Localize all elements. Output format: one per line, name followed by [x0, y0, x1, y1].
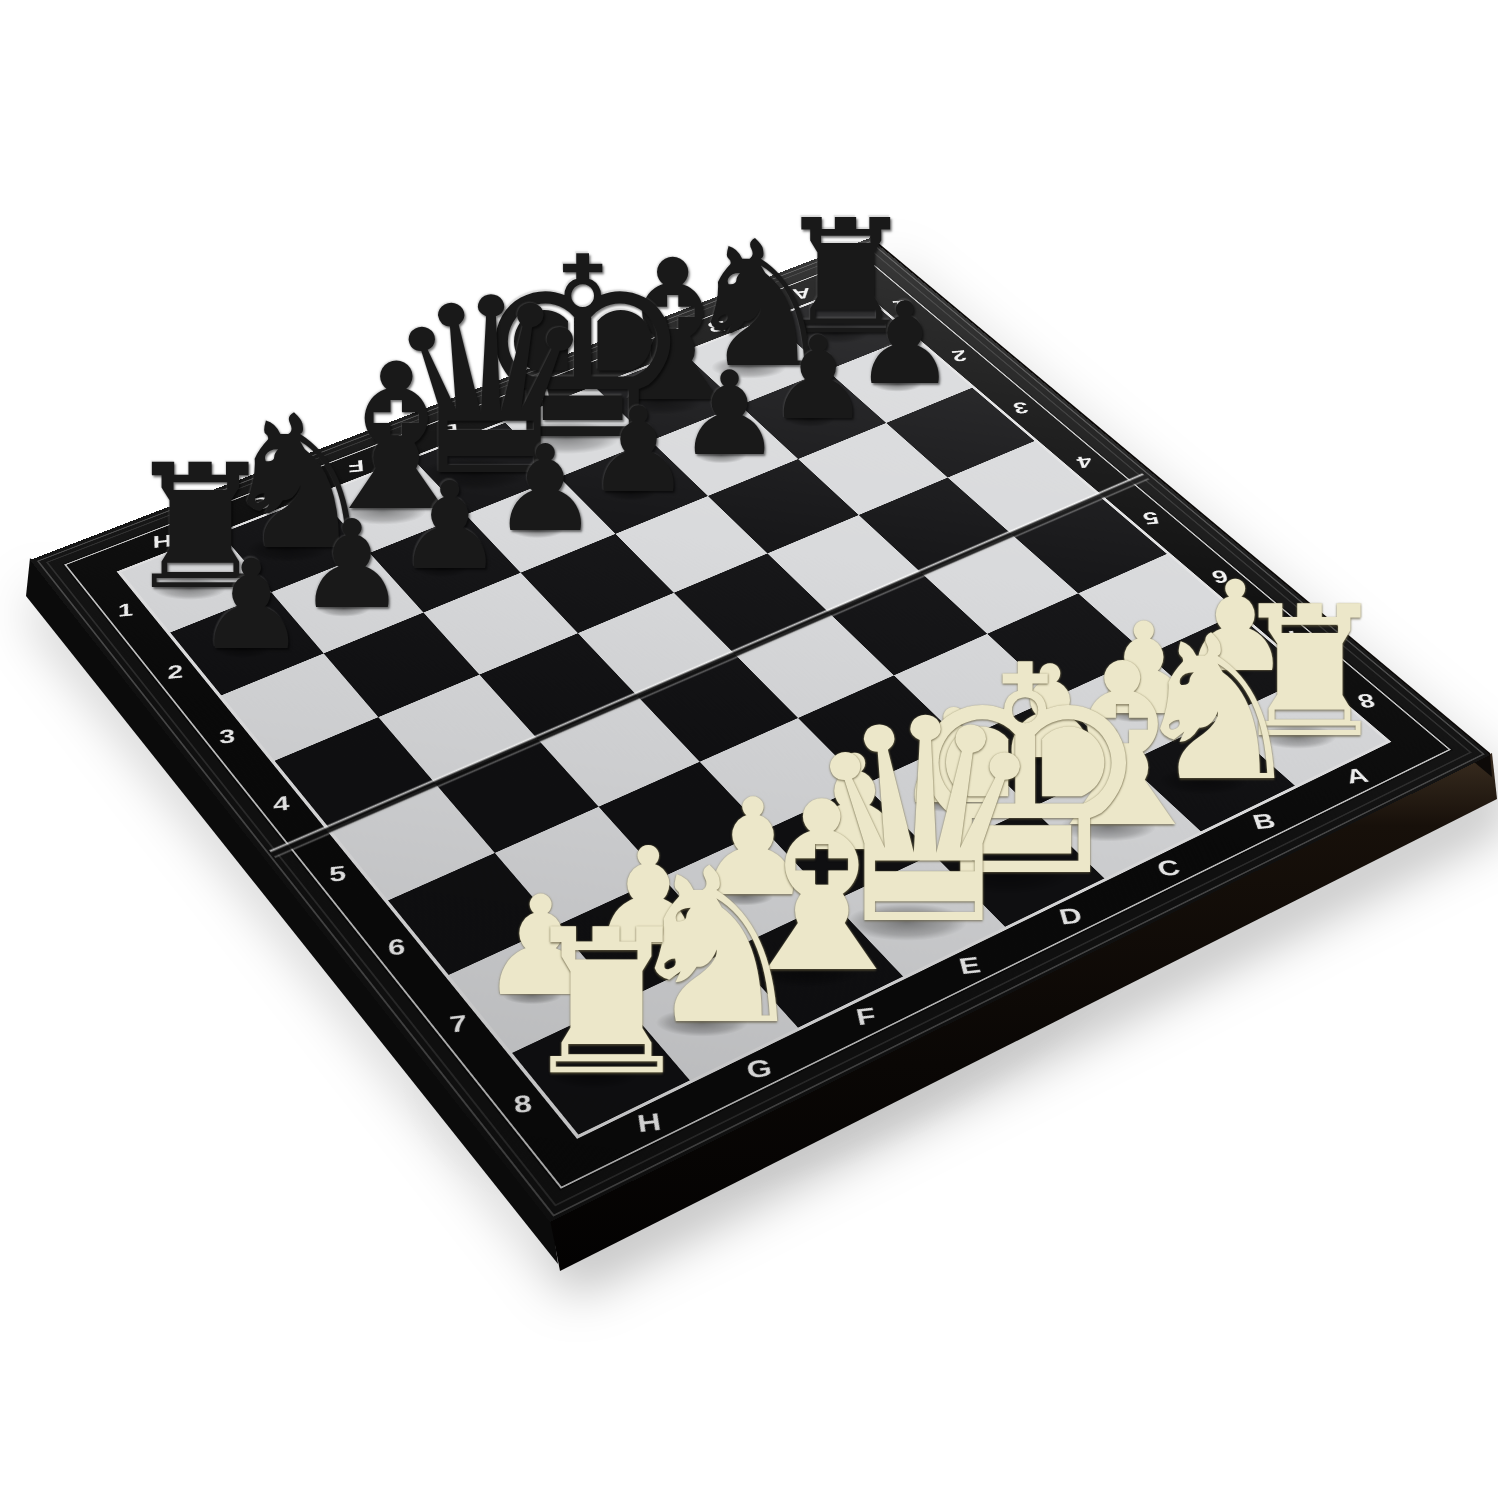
- piece-black-pawn-c2[interactable]: ♟: [677, 356, 781, 472]
- piece-black-pawn-f2[interactable]: ♟: [396, 466, 504, 587]
- product-photo: HGFEDCBAHGFEDCBA1234567812345678 ♜♞♟♝♟♚♟…: [0, 0, 1498, 1498]
- piece-black-pawn-g2[interactable]: ♟: [297, 504, 406, 626]
- piece-black-pawn-b2[interactable]: ♟: [767, 321, 870, 436]
- piece-black-pawn-d2[interactable]: ♟: [586, 392, 691, 510]
- piece-white-rook-h8[interactable]: ♜: [517, 904, 696, 1104]
- piece-black-pawn-h2[interactable]: ♟: [196, 544, 307, 668]
- piece-black-pawn-e2[interactable]: ♟: [492, 428, 599, 547]
- pieces-layer: ♜♞♟♝♟♚♟♛♟♝♟♞♟♜♟♟♟♟♜♟♞♟♝♟♚♟♛♟♝♟♞♜: [0, 0, 1498, 1498]
